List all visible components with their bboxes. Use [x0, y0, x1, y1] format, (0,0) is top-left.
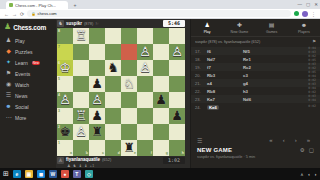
square-e5[interactable]: ♘	[121, 76, 137, 92]
square-b6[interactable]	[73, 60, 89, 76]
square-d5[interactable]	[105, 76, 121, 92]
square-b8[interactable]: ♖	[73, 28, 89, 44]
square-a1[interactable]: 1a	[57, 140, 73, 156]
move-times: 0:02	[308, 105, 316, 109]
chess-piece-bP[interactable]: ♟	[91, 108, 103, 123]
square-f6[interactable]: ♙	[137, 60, 153, 76]
logo-text: Chess.com	[13, 24, 46, 31]
chess-piece-wP[interactable]: ♙	[171, 44, 183, 59]
explorer-icon[interactable]: ▣	[25, 170, 33, 178]
chess-piece-bR[interactable]: ♜	[91, 124, 103, 139]
move-number: 22.	[195, 89, 207, 94]
chevron-up-icon[interactable]: ∧	[300, 172, 303, 177]
square-a4[interactable]: 4♙	[57, 92, 73, 108]
sidebar-item-label: News	[15, 93, 28, 99]
move-row: 18.Nd7Re10:020:05	[191, 55, 320, 63]
lock-icon: 🔒	[31, 12, 35, 16]
square-d7[interactable]	[105, 44, 121, 60]
file-label: h	[182, 151, 184, 155]
windows-taskbar: ⊞ e▣◼W●T◇ ∧◖◗	[0, 168, 320, 180]
browser-tabstrip: Chess.com - Play Ch... + — ▢ ✕	[0, 0, 320, 9]
move-number: 18.	[195, 57, 207, 62]
close-button[interactable]: ✕	[314, 2, 318, 7]
volume-icon[interactable]: ◗	[314, 172, 317, 177]
file-label: b	[86, 151, 88, 155]
file-label: c	[102, 151, 104, 155]
back-icon[interactable]: ←	[4, 11, 9, 17]
sidebar-item-label: Social	[15, 104, 29, 110]
expand-icon[interactable]: ▢	[309, 147, 314, 153]
bottom-player-clock: 1:02	[163, 157, 185, 164]
chesscom-logo[interactable]: ♟ Chess.com	[0, 21, 56, 35]
white-move[interactable]: a4	[207, 81, 243, 86]
square-d6[interactable]: ♞	[105, 60, 121, 76]
chess-piece-wP[interactable]: ♙	[75, 124, 87, 139]
square-h7[interactable]: ♙	[169, 44, 185, 60]
learn-icon: ✦	[5, 59, 12, 66]
square-c7[interactable]	[89, 44, 105, 60]
panel-tab-games[interactable]: ▤Games	[256, 19, 288, 36]
rank-label: 3	[58, 109, 60, 113]
chess-piece-bP[interactable]: ♟	[171, 108, 183, 123]
square-d8[interactable]	[105, 28, 121, 44]
white-move[interactable]: f7	[207, 65, 243, 70]
square-c5[interactable]: ♟	[89, 76, 105, 92]
file-label: e	[134, 151, 136, 155]
file-label: g	[166, 151, 168, 155]
next-move-icon[interactable]: ›	[295, 137, 297, 143]
playback-controls: ☰ « ‹ › »	[191, 135, 320, 145]
new-badge: New	[32, 61, 40, 65]
game-panel: ♟Play✚New Game▤Games☻Players suspikr (87…	[190, 19, 320, 168]
square-f4[interactable]	[137, 92, 153, 108]
first-move-icon[interactable]: «	[269, 137, 272, 143]
square-b2[interactable]: ♙	[73, 124, 89, 140]
board-icon: ♟	[204, 22, 209, 29]
square-b4[interactable]	[73, 92, 89, 108]
square-d3[interactable]	[105, 108, 121, 124]
move-row: 20.Rb3c30:050:04	[191, 71, 320, 79]
bottom-player-bar: ♙ fiyanlanaquatile (652) ♟ ♞ ♝ ♝ +1 1:02	[57, 156, 187, 168]
chess-piece-wR[interactable]: ♖	[75, 108, 87, 123]
square-a8[interactable]: 8	[57, 28, 73, 44]
square-b7[interactable]	[73, 44, 89, 60]
square-c6[interactable]	[89, 60, 105, 76]
vs-text: suspikr (878) vs. fiyanlanaquatile (652)	[195, 40, 310, 44]
square-g8[interactable]	[153, 28, 169, 44]
social-icon: ☻	[5, 103, 12, 110]
sidebar-item-label: Events	[15, 71, 30, 77]
chesscom-app: ♟ Chess.com ♟Play◆Puzzles✦LearnNew⚑Event…	[0, 19, 320, 168]
square-f7[interactable]: ♙	[137, 44, 153, 60]
white-move[interactable]: Nd7	[207, 57, 243, 62]
flag-icon[interactable]: ⚑	[312, 39, 316, 44]
move-row: 24.Ka60:02	[191, 103, 320, 111]
tab-title: Chess.com - Play Ch...	[15, 3, 56, 8]
panel-tab-label: New Game	[231, 30, 249, 34]
move-list: 17.f6Nf50:040:0318.Nd7Re10:020:0519.f7Rc…	[191, 47, 320, 111]
last-move-icon[interactable]: »	[307, 137, 310, 143]
top-player-avatar[interactable]: ♞	[57, 20, 64, 27]
maximize-button[interactable]: ▢	[306, 2, 310, 7]
move-row: 23.Ka7Nd60:030:04	[191, 95, 320, 103]
flag-icon: ⚑	[5, 70, 12, 77]
black-move[interactable]: Nd6	[243, 97, 279, 102]
sidebar-item-label: Puzzles	[15, 49, 33, 55]
sidebar-item-watch[interactable]: ◉Watch	[0, 79, 56, 90]
chess-piece-bP[interactable]: ♟	[155, 92, 167, 107]
edge-icon[interactable]: e	[13, 170, 21, 178]
sidebar-item-label: Play	[15, 38, 25, 44]
square-e6[interactable]	[121, 60, 137, 76]
move-number: 21.	[195, 81, 207, 86]
sidebar-item-puzzles[interactable]: ◆Puzzles	[0, 46, 56, 57]
square-b3[interactable]: ♖	[73, 108, 89, 124]
sidebar-item-news[interactable]: ☰News	[0, 90, 56, 101]
square-e3[interactable]	[121, 108, 137, 124]
rank-label: 2	[58, 125, 60, 129]
prev-move-icon[interactable]: ‹	[283, 137, 285, 143]
black-move[interactable]: h3	[243, 89, 279, 94]
chess-piece-bN[interactable]: ♞	[107, 60, 119, 75]
square-e8[interactable]	[121, 28, 137, 44]
move-row: 17.f6Nf50:040:03	[191, 47, 320, 55]
top-player-name[interactable]: suspikr	[66, 21, 82, 26]
forward-icon[interactable]: →	[12, 11, 17, 17]
sidebar-item-learn[interactable]: ✦LearnNew	[0, 57, 56, 68]
extension-icon[interactable]	[294, 11, 299, 16]
sidebar: ♟ Chess.com ♟Play◆Puzzles✦LearnNew⚑Event…	[0, 19, 56, 168]
square-g1[interactable]: g	[153, 140, 169, 156]
square-c8[interactable]	[89, 28, 105, 44]
new-tab-button[interactable]: +	[72, 2, 78, 8]
browser-toolbar: ← → ⟳ 🔒 chess.com ⋮	[0, 9, 320, 19]
square-f5[interactable]	[137, 76, 153, 92]
reload-icon[interactable]: ⟳	[20, 11, 24, 17]
code-icon[interactable]: ◇	[85, 170, 93, 178]
teams-icon[interactable]: T	[73, 170, 81, 178]
square-a3[interactable]: 3	[57, 108, 73, 124]
white-move[interactable]: f6	[207, 49, 243, 54]
white-move[interactable]: Ka7	[207, 97, 243, 102]
square-h3[interactable]: ♟	[169, 108, 185, 124]
news-icon: ☰	[5, 92, 12, 99]
rank-label: 7	[58, 45, 60, 49]
square-f1[interactable]: f	[137, 140, 153, 156]
black-move[interactable]: Nf5	[243, 49, 279, 54]
address-bar[interactable]: 🔒 chess.com	[27, 10, 291, 17]
panel-tabs: ♟Play✚New Game▤Games☻Players	[191, 19, 320, 37]
rank-label: 5	[58, 77, 60, 81]
menu-icon[interactable]: ⋮	[311, 11, 316, 17]
new-game-subtitle: suspikr vs. fiyanlanaquatile · 5 min	[197, 155, 316, 159]
square-g7[interactable]	[153, 44, 169, 60]
board-column: ♞ suspikr (878) ⚐ 5:46 8♖7♙♙6♔♞♙5♟♘4♙♙♟3…	[56, 19, 190, 168]
square-f8[interactable]	[137, 28, 153, 44]
pawn-icon: ♟	[5, 37, 12, 44]
black-move[interactable]: g4	[243, 81, 279, 86]
panel-tab-new-game[interactable]: ✚New Game	[223, 19, 255, 36]
move-row: 21.a4g40:020:03	[191, 79, 320, 87]
square-c2[interactable]: ♜	[89, 124, 105, 140]
new-game-section: NEW GAME suspikr vs. fiyanlanaquatile · …	[197, 147, 316, 159]
square-a2[interactable]: 2♚	[57, 124, 73, 140]
chess-piece-wR[interactable]: ♖	[75, 28, 87, 43]
sidebar-item-play[interactable]: ♟Play	[0, 35, 56, 46]
watch-icon: ◉	[5, 81, 12, 88]
start-button[interactable]: ⊞	[3, 170, 9, 178]
archive-icon: ▤	[269, 22, 275, 29]
square-h6[interactable]	[169, 60, 185, 76]
new-game-title[interactable]: NEW GAME	[197, 147, 316, 153]
network-icon[interactable]: ◖	[308, 172, 311, 177]
panel-tab-label: Players	[298, 30, 310, 34]
store-icon[interactable]: ◼	[37, 170, 45, 178]
move-row: 19.f7Rc20:030:02	[191, 63, 320, 71]
chesscom-favicon	[9, 3, 13, 7]
top-player-clock: 5:46	[163, 20, 185, 27]
sidebar-item-events[interactable]: ⚑Events	[0, 68, 56, 79]
chess-piece-bP[interactable]: ♟	[91, 76, 103, 91]
top-player-bar: ♞ suspikr (878) ⚐ 5:46	[57, 19, 187, 28]
sidebar-item-more[interactable]: ⋯More	[0, 112, 56, 123]
minimize-button[interactable]: —	[297, 2, 302, 7]
chess-piece-wP[interactable]: ♙	[139, 44, 151, 59]
move-row: 22.Rb8h30:040:02	[191, 87, 320, 95]
square-e7[interactable]	[121, 44, 137, 60]
move-number: 23.	[195, 97, 207, 102]
square-b5[interactable]	[73, 76, 89, 92]
chess-piece-wN[interactable]: ♘	[123, 76, 135, 91]
chess-board[interactable]: 8♖7♙♙6♔♞♙5♟♘4♙♙♟3♖♟♟2♚♙♜1abcde♜fgh	[57, 28, 185, 156]
panel-tab-play[interactable]: ♟Play	[191, 19, 223, 36]
square-a5[interactable]: 5	[57, 76, 73, 92]
white-move[interactable]: Rb3	[207, 73, 243, 78]
profile-avatar[interactable]	[302, 11, 308, 17]
bottom-player-name[interactable]: fiyanlanaquatile	[66, 157, 100, 162]
square-d1[interactable]: d	[105, 140, 121, 156]
square-h5[interactable]	[169, 76, 185, 92]
sidebar-item-label: Learn	[15, 60, 28, 66]
rank-label: 8	[58, 29, 60, 33]
square-a6[interactable]: 6♔	[57, 60, 73, 76]
move-number: 24.	[195, 105, 207, 110]
square-e1[interactable]: e♜	[121, 140, 137, 156]
word-icon[interactable]: W	[49, 170, 57, 178]
file-label: f	[151, 151, 152, 155]
chrome-icon[interactable]: ●	[61, 170, 69, 178]
rank-label: 1	[58, 141, 60, 145]
rank-label: 4	[58, 93, 60, 97]
sidebar-item-label: Watch	[15, 82, 29, 88]
panel-tab-players[interactable]: ☻Players	[288, 19, 320, 36]
sidebar-item-social[interactable]: ☻Social	[0, 101, 56, 112]
square-f3[interactable]	[137, 108, 153, 124]
square-g2[interactable]	[153, 124, 169, 140]
white-move[interactable]: Rb8	[207, 89, 243, 94]
game-description: suspikr (878) vs. fiyanlanaquatile (652)…	[191, 37, 320, 46]
browser-tab[interactable]: Chess.com - Play Ch...	[6, 1, 68, 9]
bottom-player-avatar[interactable]: ♙	[57, 157, 64, 164]
chess-piece-wP[interactable]: ♙	[139, 60, 151, 75]
top-player-rating: (878)	[84, 21, 93, 26]
file-label: a	[70, 151, 72, 155]
square-b1[interactable]: b	[73, 140, 89, 156]
square-h2[interactable]	[169, 124, 185, 140]
square-e2[interactable]	[121, 124, 137, 140]
black-move[interactable]: c3	[243, 73, 279, 78]
rank-label: 6	[58, 61, 60, 65]
move-times: 0:030:04	[308, 95, 316, 102]
panel-tab-label: Games	[266, 30, 277, 34]
square-h8[interactable]	[169, 28, 185, 44]
square-d2[interactable]	[105, 124, 121, 140]
square-g5[interactable]	[153, 76, 169, 92]
url-text: chess.com	[38, 11, 57, 16]
square-c4[interactable]: ♙	[89, 92, 105, 108]
square-f2[interactable]	[137, 124, 153, 140]
chess-piece-wP[interactable]: ♙	[91, 92, 103, 107]
plus-icon: ✚	[237, 22, 242, 29]
chess-piece-wP[interactable]: ♙	[59, 92, 71, 107]
gear-icon[interactable]: ⚙	[300, 147, 305, 153]
square-e4[interactable]	[121, 92, 137, 108]
square-g3[interactable]	[153, 108, 169, 124]
options-menu-icon[interactable]: ☰	[197, 137, 202, 144]
square-h4[interactable]	[169, 92, 185, 108]
move-number: 17.	[195, 49, 207, 54]
black-move[interactable]: Rc2	[243, 65, 279, 70]
logo-pawn-icon: ♟	[4, 23, 11, 31]
bottom-player-rating: (652)	[102, 157, 111, 162]
square-d4[interactable]	[105, 92, 121, 108]
square-c1[interactable]: c	[89, 140, 105, 156]
square-g6[interactable]	[153, 60, 169, 76]
file-label: d	[118, 151, 120, 155]
chess-piece-wK[interactable]: ♔	[59, 60, 71, 75]
move-number: 20.	[195, 73, 207, 78]
players-icon: ☻	[301, 22, 307, 29]
puzzle-icon: ◆	[5, 48, 12, 55]
white-move[interactable]: Ka6	[207, 105, 243, 110]
panel-tab-label: Play	[204, 30, 211, 34]
black-move[interactable]: Re1	[243, 57, 279, 62]
square-a7[interactable]: 7	[57, 44, 73, 60]
top-player-flag-icon: ⚐	[95, 21, 99, 26]
square-g4[interactable]: ♟	[153, 92, 169, 108]
chess-piece-bK[interactable]: ♚	[59, 124, 71, 139]
sidebar-item-label: More	[15, 115, 26, 121]
move-number: 19.	[195, 65, 207, 70]
square-h1[interactable]: h	[169, 140, 185, 156]
more-icon: ⋯	[5, 114, 12, 121]
square-c3[interactable]: ♟	[89, 108, 105, 124]
